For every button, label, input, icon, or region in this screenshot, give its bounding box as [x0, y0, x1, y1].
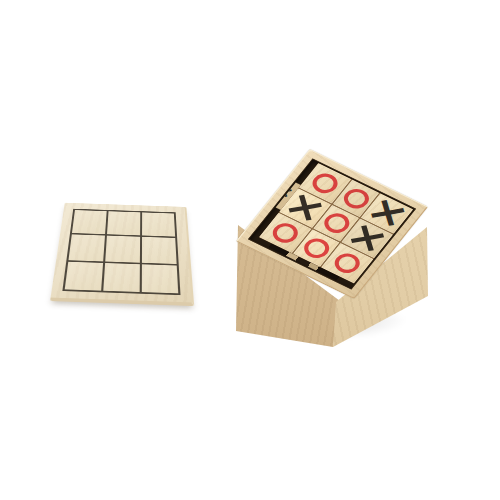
board-cell-r1c2	[107, 211, 140, 235]
product-photo: × ×××	[0, 0, 500, 500]
board-cell-r3c3	[142, 264, 178, 293]
board-cell-r1c3	[142, 212, 175, 236]
game-board-surface	[50, 203, 194, 306]
board-cell-r2c2	[105, 236, 140, 263]
game-board	[50, 203, 194, 306]
board-cell-r1c1	[72, 210, 107, 234]
board-cell-r3c1	[65, 261, 103, 290]
board-cell-r2c3	[142, 237, 177, 264]
board-grid	[62, 209, 180, 295]
board-cell-r3c2	[103, 263, 140, 292]
board-cell-r2c1	[69, 235, 105, 262]
